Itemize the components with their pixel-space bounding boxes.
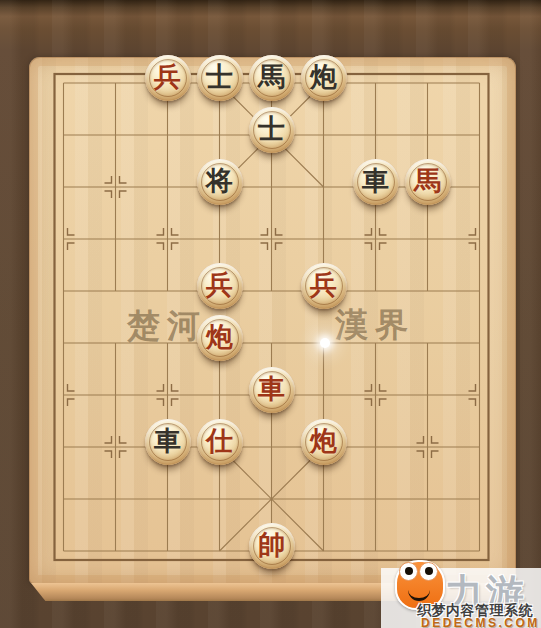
piece-black-chariot[interactable]: 車 [353, 159, 399, 205]
piece-red-pawn[interactable]: 兵 [145, 55, 191, 101]
piece-character: 炮 [310, 428, 337, 455]
piece-character: 兵 [154, 64, 181, 91]
piece-red-pawn[interactable]: 兵 [197, 263, 243, 309]
watermark-domain: DEDECMS.COM [421, 616, 540, 628]
piece-black-cannon[interactable]: 炮 [301, 55, 347, 101]
mascot-pupil [405, 567, 413, 575]
mascot-pupil [425, 567, 433, 575]
piece-red-chariot[interactable]: 車 [249, 367, 295, 413]
piece-red-horse[interactable]: 馬 [405, 159, 451, 205]
piece-black-horse[interactable]: 馬 [249, 55, 295, 101]
piece-red-cannon[interactable]: 炮 [197, 315, 243, 361]
piece-character: 車 [362, 168, 389, 195]
piece-character: 車 [258, 376, 285, 403]
piece-character: 炮 [310, 64, 337, 91]
piece-black-advisor[interactable]: 士 [249, 107, 295, 153]
piece-red-general[interactable]: 帥 [249, 523, 295, 569]
piece-black-advisor[interactable]: 士 [197, 55, 243, 101]
xiangqi-board[interactable]: 楚河 漢界 兵士馬炮士将車馬兵兵炮車車仕炮帥 [29, 57, 516, 584]
mascot-eye [399, 562, 418, 581]
piece-character: 将 [206, 168, 233, 195]
piece-character: 馬 [258, 64, 285, 91]
piece-character: 士 [206, 64, 233, 91]
game-screen: 楚河 漢界 兵士馬炮士将車馬兵兵炮車車仕炮帥 力游 织梦内容管理系统 DEDEC… [0, 0, 541, 628]
mascot-eye [419, 562, 438, 581]
piece-character: 馬 [414, 168, 441, 195]
piece-red-cannon[interactable]: 炮 [301, 419, 347, 465]
piece-character: 炮 [206, 324, 233, 351]
piece-black-chariot[interactable]: 車 [145, 419, 191, 465]
piece-character: 兵 [206, 272, 233, 299]
piece-character: 車 [154, 428, 181, 455]
watermark: 力游 织梦内容管理系统 DEDECMS.COM [381, 568, 541, 628]
pieces-grid: 兵士馬炮士将車馬兵兵炮車車仕炮帥 [38, 57, 506, 577]
piece-character: 帥 [258, 532, 285, 559]
piece-character: 仕 [206, 428, 233, 455]
piece-red-advisor[interactable]: 仕 [197, 419, 243, 465]
piece-red-pawn[interactable]: 兵 [301, 263, 347, 309]
piece-character: 兵 [310, 272, 337, 299]
piece-character: 士 [258, 116, 285, 143]
piece-black-general[interactable]: 将 [197, 159, 243, 205]
